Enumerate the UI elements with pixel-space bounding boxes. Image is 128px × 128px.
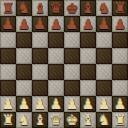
square-c5[interactable] xyxy=(32,48,48,64)
piece-white-pawn[interactable]: ♟ xyxy=(82,96,95,112)
square-e3[interactable] xyxy=(64,80,80,96)
piece-black-pawn[interactable]: ♟ xyxy=(34,16,47,32)
piece-white-rook[interactable]: ♜ xyxy=(114,112,127,128)
square-a2[interactable]: ♟ xyxy=(0,96,16,112)
square-g8[interactable]: ♞ xyxy=(96,0,112,16)
square-h1[interactable]: ♜ xyxy=(112,112,128,128)
square-f3[interactable] xyxy=(80,80,96,96)
square-b5[interactable] xyxy=(16,48,32,64)
square-d6[interactable] xyxy=(48,32,64,48)
square-f5[interactable] xyxy=(80,48,96,64)
square-c7[interactable]: ♟ xyxy=(32,16,48,32)
square-d4[interactable] xyxy=(48,64,64,80)
square-e1[interactable]: ♚ xyxy=(64,112,80,128)
piece-black-pawn[interactable]: ♟ xyxy=(2,16,15,32)
square-b1[interactable]: ♞ xyxy=(16,112,32,128)
square-a5[interactable] xyxy=(0,48,16,64)
square-b8[interactable]: ♞ xyxy=(16,0,32,16)
square-h3[interactable] xyxy=(112,80,128,96)
square-e7[interactable]: ♟ xyxy=(64,16,80,32)
square-f7[interactable]: ♟ xyxy=(80,16,96,32)
piece-black-queen[interactable]: ♛ xyxy=(50,0,63,16)
piece-white-bishop[interactable]: ♝ xyxy=(82,112,95,128)
square-g1[interactable]: ♞ xyxy=(96,112,112,128)
square-h5[interactable] xyxy=(112,48,128,64)
piece-black-rook[interactable]: ♜ xyxy=(114,0,127,16)
piece-white-king[interactable]: ♚ xyxy=(66,112,79,128)
piece-black-pawn[interactable]: ♟ xyxy=(98,16,111,32)
square-d1[interactable]: ♛ xyxy=(48,112,64,128)
square-g4[interactable] xyxy=(96,64,112,80)
square-e8[interactable]: ♚ xyxy=(64,0,80,16)
square-e4[interactable] xyxy=(64,64,80,80)
piece-black-pawn[interactable]: ♟ xyxy=(50,16,63,32)
square-g6[interactable] xyxy=(96,32,112,48)
piece-white-pawn[interactable]: ♟ xyxy=(66,96,79,112)
square-h2[interactable]: ♟ xyxy=(112,96,128,112)
piece-black-bishop[interactable]: ♝ xyxy=(34,0,47,16)
square-d2[interactable]: ♟ xyxy=(48,96,64,112)
chess-board: ♜♞♝♛♚♝♞♜♟♟♟♟♟♟♟♟♟♟♟♟♟♟♟♟♜♞♝♛♚♝♞♜ xyxy=(0,0,128,128)
square-a8[interactable]: ♜ xyxy=(0,0,16,16)
square-b3[interactable] xyxy=(16,80,32,96)
piece-black-pawn[interactable]: ♟ xyxy=(82,16,95,32)
square-e2[interactable]: ♟ xyxy=(64,96,80,112)
piece-black-pawn[interactable]: ♟ xyxy=(114,16,127,32)
square-c2[interactable]: ♟ xyxy=(32,96,48,112)
square-g5[interactable] xyxy=(96,48,112,64)
square-a4[interactable] xyxy=(0,64,16,80)
square-a6[interactable] xyxy=(0,32,16,48)
square-e5[interactable] xyxy=(64,48,80,64)
piece-white-knight[interactable]: ♞ xyxy=(18,112,31,128)
piece-white-pawn[interactable]: ♟ xyxy=(50,96,63,112)
piece-white-bishop[interactable]: ♝ xyxy=(34,112,47,128)
piece-black-pawn[interactable]: ♟ xyxy=(18,16,31,32)
square-e6[interactable] xyxy=(64,32,80,48)
square-d7[interactable]: ♟ xyxy=(48,16,64,32)
square-f1[interactable]: ♝ xyxy=(80,112,96,128)
square-b7[interactable]: ♟ xyxy=(16,16,32,32)
square-c4[interactable] xyxy=(32,64,48,80)
piece-black-rook[interactable]: ♜ xyxy=(2,0,15,16)
piece-white-pawn[interactable]: ♟ xyxy=(34,96,47,112)
piece-white-rook[interactable]: ♜ xyxy=(2,112,15,128)
square-b4[interactable] xyxy=(16,64,32,80)
square-f6[interactable] xyxy=(80,32,96,48)
piece-white-pawn[interactable]: ♟ xyxy=(98,96,111,112)
square-g3[interactable] xyxy=(96,80,112,96)
square-a7[interactable]: ♟ xyxy=(0,16,16,32)
square-h4[interactable] xyxy=(112,64,128,80)
square-h7[interactable]: ♟ xyxy=(112,16,128,32)
square-c3[interactable] xyxy=(32,80,48,96)
piece-white-pawn[interactable]: ♟ xyxy=(18,96,31,112)
piece-black-bishop[interactable]: ♝ xyxy=(82,0,95,16)
square-d3[interactable] xyxy=(48,80,64,96)
piece-black-pawn[interactable]: ♟ xyxy=(66,16,79,32)
piece-black-king[interactable]: ♚ xyxy=(66,0,79,16)
square-f2[interactable]: ♟ xyxy=(80,96,96,112)
piece-black-knight[interactable]: ♞ xyxy=(18,0,31,16)
square-h6[interactable] xyxy=(112,32,128,48)
piece-white-queen[interactable]: ♛ xyxy=(50,112,63,128)
square-a1[interactable]: ♜ xyxy=(0,112,16,128)
piece-black-knight[interactable]: ♞ xyxy=(98,0,111,16)
square-f8[interactable]: ♝ xyxy=(80,0,96,16)
square-c1[interactable]: ♝ xyxy=(32,112,48,128)
square-h8[interactable]: ♜ xyxy=(112,0,128,16)
square-d5[interactable] xyxy=(48,48,64,64)
square-b6[interactable] xyxy=(16,32,32,48)
square-g2[interactable]: ♟ xyxy=(96,96,112,112)
square-b2[interactable]: ♟ xyxy=(16,96,32,112)
square-c6[interactable] xyxy=(32,32,48,48)
square-a3[interactable] xyxy=(0,80,16,96)
piece-white-pawn[interactable]: ♟ xyxy=(2,96,15,112)
piece-white-knight[interactable]: ♞ xyxy=(98,112,111,128)
square-d8[interactable]: ♛ xyxy=(48,0,64,16)
piece-white-pawn[interactable]: ♟ xyxy=(114,96,127,112)
square-f4[interactable] xyxy=(80,64,96,80)
square-c8[interactable]: ♝ xyxy=(32,0,48,16)
square-g7[interactable]: ♟ xyxy=(96,16,112,32)
